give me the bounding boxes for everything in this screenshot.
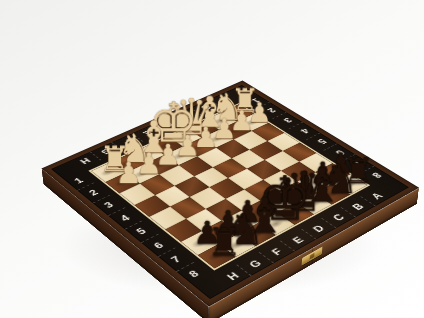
- coord-label: 6: [151, 240, 166, 250]
- coord-label: D: [310, 223, 327, 234]
- coord-label: H: [224, 270, 242, 282]
- coordinate-strip-ring: HGFEDCBA HGFEDCBA 12345678 12345678 ♜♞♝♚…: [51, 85, 409, 299]
- coord-label: 2: [87, 188, 101, 197]
- coord-label: G: [246, 258, 264, 270]
- coord-label: 3: [102, 201, 116, 210]
- perspective-scene: HGFEDCBA HGFEDCBA 12345678 12345678 ♜♞♝♚…: [0, 0, 424, 318]
- board-top-face: HGFEDCBA HGFEDCBA 12345678 12345678 ♜♞♝♚…: [41, 81, 419, 307]
- coord-label: 4: [298, 127, 312, 135]
- file-label-front-a: A: [360, 187, 394, 207]
- piece-white-pawn-h2[interactable]: ♟: [116, 159, 142, 188]
- coord-label: 4: [118, 213, 132, 223]
- coord-label: A: [369, 191, 386, 201]
- coord-label: B: [350, 202, 367, 212]
- chess-board: HGFEDCBA HGFEDCBA 12345678 12345678 ♜♞♝♚…: [41, 81, 419, 307]
- coord-label: H: [78, 156, 93, 165]
- coord-label: 3: [281, 117, 294, 125]
- coord-label: 8: [186, 269, 202, 280]
- coord-label: E: [290, 235, 307, 246]
- coord-label: 5: [134, 227, 149, 237]
- photo-stage: HGFEDCBA HGFEDCBA 12345678 12345678 ♜♞♝♚…: [0, 0, 424, 318]
- piece-black-rook-h8[interactable]: ♜: [207, 223, 242, 262]
- coord-label: 5: [315, 137, 329, 145]
- coord-label: F: [269, 246, 285, 257]
- coord-label: C: [330, 212, 347, 223]
- coord-label: 1: [72, 176, 85, 185]
- coord-label: 7: [168, 254, 183, 265]
